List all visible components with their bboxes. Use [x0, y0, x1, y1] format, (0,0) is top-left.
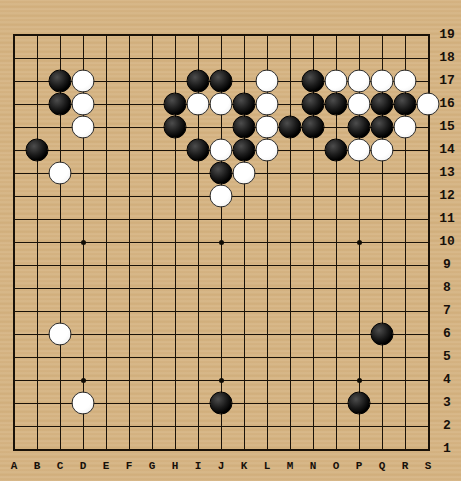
- white-stone-l16: [256, 93, 279, 116]
- row-label-5: 5: [433, 350, 461, 364]
- column-label-f: F: [118, 459, 141, 473]
- white-stone-i16: [187, 93, 210, 116]
- white-stone-d15: [72, 116, 95, 139]
- row-label-10: 10: [433, 235, 461, 249]
- column-label-k: K: [233, 459, 256, 473]
- white-stone-j16: [210, 93, 233, 116]
- black-stone-n16: [302, 93, 325, 116]
- black-stone-m15: [279, 116, 302, 139]
- star-point-p10: [357, 240, 362, 245]
- row-label-12: 12: [433, 189, 461, 203]
- black-stone-j17: [210, 70, 233, 93]
- row-label-4: 4: [433, 373, 461, 387]
- star-point-j4: [219, 378, 224, 383]
- column-label-h: H: [164, 459, 187, 473]
- black-stone-p15: [348, 116, 371, 139]
- white-stone-q17: [371, 70, 394, 93]
- black-stone-o16: [325, 93, 348, 116]
- white-stone-c13: [49, 162, 72, 185]
- black-stone-k15: [233, 116, 256, 139]
- white-stone-j14: [210, 139, 233, 162]
- row-label-11: 11: [433, 212, 461, 226]
- column-label-c: C: [49, 459, 72, 473]
- white-stone-l14: [256, 139, 279, 162]
- white-stone-d16: [72, 93, 95, 116]
- black-stone-c16: [49, 93, 72, 116]
- column-label-b: B: [26, 459, 49, 473]
- white-stone-k13: [233, 162, 256, 185]
- black-stone-n15: [302, 116, 325, 139]
- white-stone-r17: [394, 70, 417, 93]
- star-point-d10: [81, 240, 86, 245]
- row-label-16: 16: [433, 97, 461, 111]
- black-stone-j3: [210, 392, 233, 415]
- column-label-g: G: [141, 459, 164, 473]
- white-stone-l17: [256, 70, 279, 93]
- star-point-j10: [219, 240, 224, 245]
- black-stone-o14: [325, 139, 348, 162]
- black-stone-q16: [371, 93, 394, 116]
- white-stone-j12: [210, 185, 233, 208]
- black-stone-k16: [233, 93, 256, 116]
- column-label-s: S: [417, 459, 440, 473]
- column-label-i: I: [187, 459, 210, 473]
- column-label-p: P: [348, 459, 371, 473]
- row-label-13: 13: [433, 166, 461, 180]
- row-label-1: 1: [433, 442, 461, 456]
- column-label-e: E: [95, 459, 118, 473]
- black-stone-p3: [348, 392, 371, 415]
- white-stone-p14: [348, 139, 371, 162]
- row-label-3: 3: [433, 396, 461, 410]
- row-label-18: 18: [433, 51, 461, 65]
- row-label-8: 8: [433, 281, 461, 295]
- row-label-14: 14: [433, 143, 461, 157]
- black-stone-c17: [49, 70, 72, 93]
- black-stone-n17: [302, 70, 325, 93]
- black-stone-k14: [233, 139, 256, 162]
- black-stone-i17: [187, 70, 210, 93]
- white-stone-q14: [371, 139, 394, 162]
- black-stone-b14: [26, 139, 49, 162]
- column-label-d: D: [72, 459, 95, 473]
- column-label-m: M: [279, 459, 302, 473]
- row-label-17: 17: [433, 74, 461, 88]
- column-label-a: A: [3, 459, 26, 473]
- black-stone-q15: [371, 116, 394, 139]
- row-label-7: 7: [433, 304, 461, 318]
- white-stone-p16: [348, 93, 371, 116]
- white-stone-l15: [256, 116, 279, 139]
- black-stone-h15: [164, 116, 187, 139]
- white-stone-c6: [49, 323, 72, 346]
- white-stone-p17: [348, 70, 371, 93]
- column-label-o: O: [325, 459, 348, 473]
- row-label-15: 15: [433, 120, 461, 134]
- white-stone-d17: [72, 70, 95, 93]
- white-stone-d3: [72, 392, 95, 415]
- column-label-n: N: [302, 459, 325, 473]
- black-stone-r16: [394, 93, 417, 116]
- star-point-p4: [357, 378, 362, 383]
- black-stone-q6: [371, 323, 394, 346]
- black-stone-i14: [187, 139, 210, 162]
- column-label-q: Q: [371, 459, 394, 473]
- black-stone-j13: [210, 162, 233, 185]
- column-label-r: R: [394, 459, 417, 473]
- row-label-6: 6: [433, 327, 461, 341]
- column-label-l: L: [256, 459, 279, 473]
- black-stone-h16: [164, 93, 187, 116]
- white-stone-o17: [325, 70, 348, 93]
- go-board-screenshot: ABCDEFGHIJKLMNOPQRS191817161514131211109…: [0, 0, 461, 481]
- row-label-9: 9: [433, 258, 461, 272]
- column-label-j: J: [210, 459, 233, 473]
- star-point-d4: [81, 378, 86, 383]
- row-label-2: 2: [433, 419, 461, 433]
- white-stone-r15: [394, 116, 417, 139]
- row-label-19: 19: [433, 28, 461, 42]
